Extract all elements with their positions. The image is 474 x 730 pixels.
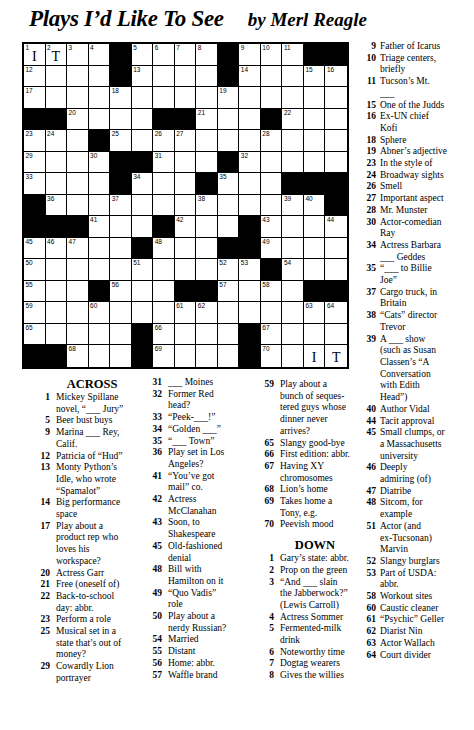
cell-number: 46	[47, 238, 54, 245]
grid-cell[interactable]	[261, 302, 283, 324]
grid-cell[interactable]	[304, 152, 326, 174]
cell-number: 69	[155, 345, 162, 352]
grid-cell[interactable]	[46, 281, 68, 303]
grid-cell[interactable]	[304, 130, 326, 152]
grid-cell[interactable]	[239, 87, 261, 109]
grid-cell[interactable]	[132, 195, 154, 217]
clue: 69Takes home a Tony, e.g.	[248, 496, 356, 519]
grid-cell[interactable]: 10	[261, 44, 283, 66]
grid-cell[interactable]	[261, 173, 283, 195]
grid-cell[interactable]: 2T	[46, 44, 68, 66]
clue-number: 3	[248, 577, 280, 612]
clue: 57Waffle brand	[136, 670, 246, 682]
clue: 56Home: abbr.	[136, 658, 246, 670]
clue-number: 55	[136, 646, 168, 658]
grid-cell[interactable]	[282, 66, 304, 88]
clue-text: Bill with Hamilton on it	[168, 564, 246, 587]
grid-cell[interactable]: 18	[110, 87, 132, 109]
grid-cell[interactable]	[196, 130, 218, 152]
grid-cell[interactable]: 63	[304, 302, 326, 324]
grid-cell[interactable]: 34	[132, 173, 154, 195]
clue-number: 31	[136, 377, 168, 389]
clue-number: 5	[24, 415, 56, 427]
clue-text: Actor-comedian Ray	[380, 217, 472, 240]
grid-cell[interactable]	[196, 345, 218, 367]
grid-cell[interactable]	[282, 345, 304, 367]
black-cell	[110, 173, 132, 195]
grid-cell[interactable]	[175, 324, 197, 346]
grid-cell[interactable]	[67, 324, 89, 346]
clue: 16Ex-UN chief Kofi	[358, 111, 472, 134]
grid-cell[interactable]: 42	[175, 216, 197, 238]
grid-cell[interactable]	[261, 195, 283, 217]
cell-number: 8	[198, 44, 202, 51]
clue-text: “Peek-___!”	[168, 412, 246, 424]
grid-cell[interactable]	[175, 238, 197, 260]
grid-cell[interactable]: 12	[24, 66, 46, 88]
grid-cell[interactable]	[153, 173, 175, 195]
grid-cell[interactable]	[153, 195, 175, 217]
clue: 28Mr. Munster	[358, 205, 472, 217]
grid-cell[interactable]: 46	[46, 238, 68, 260]
grid-cell[interactable]	[67, 173, 89, 195]
grid-cell[interactable]: 65	[24, 324, 46, 346]
clue-text: Play set in Los Angeles?	[168, 447, 246, 470]
clue-text: Big performance space	[56, 497, 134, 520]
grid-cell[interactable]	[218, 109, 240, 131]
clue-number: 48	[136, 564, 168, 587]
grid-cell[interactable]: 52	[218, 259, 240, 281]
clue-text: One of the Judds	[380, 100, 472, 112]
black-cell	[24, 345, 46, 367]
grid-cell[interactable]	[175, 259, 197, 281]
grid-cell[interactable]	[196, 87, 218, 109]
cell-number: 6	[155, 44, 159, 51]
grid-cell[interactable]	[67, 259, 89, 281]
grid-cell[interactable]: 60	[89, 302, 111, 324]
grid-cell[interactable]	[218, 195, 240, 217]
grid-cell[interactable]	[261, 87, 283, 109]
grid-cell[interactable]: 16	[325, 66, 347, 88]
grid-cell[interactable]	[175, 87, 197, 109]
clue: 13Monty Python’s Idle, who wrote “Spamal…	[24, 462, 134, 497]
clue: 61“Psychic” Geller	[358, 614, 472, 626]
cell-number: 17	[26, 87, 33, 94]
clue-text: Peevish mood	[280, 519, 356, 531]
grid-cell[interactable]	[46, 259, 68, 281]
clue-text: Musical set in a state that’s out of mon…	[56, 626, 134, 661]
grid-cell[interactable]: 68	[67, 345, 89, 367]
clue-number: 35	[358, 263, 380, 286]
grid-cell[interactable]	[304, 109, 326, 131]
grid-cell[interactable]: 47	[67, 238, 89, 260]
grid-cell[interactable]	[325, 152, 347, 174]
cell-number: 63	[305, 302, 312, 309]
cell-number: 11	[284, 44, 291, 51]
grid-cell[interactable]: 70	[261, 345, 283, 367]
clue-number: 34	[358, 240, 380, 263]
grid-cell[interactable]: 57	[218, 281, 240, 303]
grid-cell[interactable]	[46, 324, 68, 346]
grid-cell[interactable]	[282, 302, 304, 324]
grid-cell[interactable]	[325, 109, 347, 131]
grid-cell[interactable]: 59	[24, 302, 46, 324]
clue: 63Actor Wallach	[358, 638, 472, 650]
grid-cell[interactable]	[132, 87, 154, 109]
grid-cell[interactable]	[325, 238, 347, 260]
grid-cell[interactable]	[67, 130, 89, 152]
grid-cell[interactable]	[175, 345, 197, 367]
grid-cell[interactable]	[261, 66, 283, 88]
clue: 29Cowardly Lion portrayer	[24, 661, 134, 684]
clue: 44Tacit approval	[358, 416, 472, 428]
grid-cell[interactable]	[282, 238, 304, 260]
grid-cell[interactable]: 22	[282, 109, 304, 131]
grid-cell[interactable]	[239, 302, 261, 324]
grid-cell[interactable]	[196, 66, 218, 88]
grid-cell[interactable]: 66	[153, 324, 175, 346]
cell-number: 23	[26, 130, 33, 137]
grid-cell[interactable]: 20	[67, 109, 89, 131]
clue-text: Actress McClanahan	[168, 494, 246, 517]
grid-cell[interactable]	[153, 281, 175, 303]
grid-cell[interactable]: 3	[67, 44, 89, 66]
grid-cell[interactable]	[239, 109, 261, 131]
grid-cell[interactable]: 4	[89, 44, 111, 66]
grid-cell[interactable]: 35	[218, 173, 240, 195]
grid-cell[interactable]	[239, 281, 261, 303]
clue: 36Play set in Los Angeles?	[136, 447, 246, 470]
grid-cell[interactable]: 49	[261, 238, 283, 260]
grid-cell[interactable]: 15	[304, 66, 326, 88]
clue-text: Home: abbr.	[168, 658, 246, 670]
grid-cell[interactable]	[175, 173, 197, 195]
grid-cell[interactable]: 9	[239, 44, 261, 66]
clue-text: Gary’s state: abbr.	[280, 553, 356, 565]
clue-number: 23	[24, 614, 56, 626]
grid-cell[interactable]: 19	[218, 87, 240, 109]
cell-number: 29	[26, 152, 33, 159]
grid-cell[interactable]	[304, 216, 326, 238]
grid-cell[interactable]	[239, 130, 261, 152]
cell-number: 67	[262, 324, 269, 331]
grid-cell[interactable]: 36	[46, 195, 68, 217]
grid-cell[interactable]: 7	[175, 44, 197, 66]
clue-text: Slangy good-bye	[280, 438, 356, 450]
cell-number: 12	[26, 66, 33, 73]
clue: 27Important aspect	[358, 193, 472, 205]
grid-cell[interactable]	[110, 324, 132, 346]
black-cell	[132, 324, 154, 346]
grid-cell[interactable]	[153, 259, 175, 281]
grid-cell[interactable]	[325, 324, 347, 346]
grid-cell[interactable]	[89, 173, 111, 195]
clue: 60Caustic cleaner	[358, 603, 472, 615]
grid-cell[interactable]: 6	[153, 44, 175, 66]
grid-cell[interactable]: 26	[153, 130, 175, 152]
grid-cell[interactable]	[89, 109, 111, 131]
grid-cell[interactable]	[218, 345, 240, 367]
clue-text: Having XY chromosomes	[280, 461, 356, 484]
clue: 14Big performance space	[24, 497, 134, 520]
grid-cell[interactable]: 64	[325, 302, 347, 324]
grid-cell[interactable]	[304, 324, 326, 346]
clue-text: Fermented-milk drink	[280, 623, 356, 646]
clue-number: 20	[24, 568, 56, 580]
grid-cell[interactable]	[196, 259, 218, 281]
grid-cell[interactable]	[46, 173, 68, 195]
clue-text: Broadway sights	[380, 170, 472, 182]
grid-cell[interactable]	[132, 281, 154, 303]
cell-number: 14	[241, 66, 248, 73]
grid-cell[interactable]: T	[325, 345, 347, 367]
grid-cell[interactable]	[46, 302, 68, 324]
black-cell	[196, 281, 218, 303]
grid-cell[interactable]: 33	[24, 173, 46, 195]
clue: 51Actor (and ex-Tucsonan) Marvin	[358, 521, 472, 556]
clue: 5Fermented-milk drink	[248, 623, 356, 646]
grid-cell[interactable]	[132, 302, 154, 324]
clue-text: Court divider	[380, 650, 472, 662]
grid-cell[interactable]	[89, 324, 111, 346]
clue-text: In the style of	[380, 158, 472, 170]
cell-number: 52	[219, 259, 226, 266]
grid-cell[interactable]	[132, 109, 154, 131]
grid-cell[interactable]: 69	[153, 345, 175, 367]
grid-cell[interactable]	[46, 152, 68, 174]
cell-number: 37	[112, 195, 119, 202]
clue-text: Abner’s adjective	[380, 146, 472, 158]
clue-text: “___ to Billie Joe”	[380, 263, 472, 286]
black-cell	[325, 195, 347, 217]
grid-cell[interactable]	[325, 259, 347, 281]
black-cell	[46, 345, 68, 367]
grid-cell[interactable]: 61	[175, 302, 197, 324]
grid-cell[interactable]: 8	[196, 44, 218, 66]
grid-cell[interactable]	[89, 259, 111, 281]
clue-number: 36	[136, 447, 168, 470]
grid-cell[interactable]	[46, 87, 68, 109]
grid-cell[interactable]: 38	[196, 195, 218, 217]
grid-cell[interactable]: 32	[239, 152, 261, 174]
grid-cell[interactable]: 28	[261, 130, 283, 152]
grid-cell[interactable]	[89, 238, 111, 260]
grid-cell[interactable]	[110, 216, 132, 238]
grid-cell[interactable]: 53	[239, 259, 261, 281]
clue-number: 11	[358, 76, 380, 99]
grid-cell[interactable]	[89, 87, 111, 109]
clue: 5Beer bust buys	[24, 415, 134, 427]
black-cell	[153, 216, 175, 238]
clue-text: Actor Wallach	[380, 638, 472, 650]
grid-cell[interactable]	[153, 87, 175, 109]
grid-cell[interactable]	[304, 87, 326, 109]
grid-cell[interactable]	[196, 216, 218, 238]
cell-number: 41	[90, 216, 97, 223]
grid-cell[interactable]	[196, 324, 218, 346]
grid-cell[interactable]	[282, 130, 304, 152]
grid-cell[interactable]	[304, 238, 326, 260]
clue: 68Lion’s home	[248, 484, 356, 496]
grid-cell[interactable]	[282, 152, 304, 174]
clue-number: 9	[24, 427, 56, 450]
grid-cell[interactable]	[175, 66, 197, 88]
clue: 12Patricia of “Hud”	[24, 451, 134, 463]
clue-number: 26	[358, 181, 380, 193]
grid-cell[interactable]	[110, 238, 132, 260]
grid-cell[interactable]: 48	[153, 238, 175, 260]
grid-cell[interactable]: 51	[132, 259, 154, 281]
grid-cell[interactable]: 50	[24, 259, 46, 281]
grid-cell[interactable]: 67	[261, 324, 283, 346]
grid-cell[interactable]: 43	[261, 216, 283, 238]
grid-cell[interactable]: 5	[132, 44, 154, 66]
clue-number: 12	[24, 451, 56, 463]
clue: 48Sitcom, for example	[358, 497, 472, 520]
grid-cell[interactable]: 58	[261, 281, 283, 303]
grid-cell[interactable]	[67, 87, 89, 109]
cell-number: 13	[133, 66, 140, 73]
grid-cell[interactable]	[132, 130, 154, 152]
clue-text: Patricia of “Hud”	[56, 451, 134, 463]
grid-cell[interactable]: I	[304, 345, 326, 367]
grid-cell[interactable]: 55	[24, 281, 46, 303]
clue: 38“Cats” director Trevor	[358, 310, 472, 333]
grid-cell[interactable]	[239, 195, 261, 217]
black-cell	[110, 66, 132, 88]
grid-cell[interactable]: 44	[325, 216, 347, 238]
clue-text: Beer bust buys	[56, 415, 134, 427]
black-cell	[46, 216, 68, 238]
puzzle-byline: by Merl Reagle	[248, 7, 367, 33]
grid-cell[interactable]: 14	[239, 66, 261, 88]
grid-cell[interactable]	[153, 302, 175, 324]
grid-cell[interactable]: 27	[175, 130, 197, 152]
grid-cell[interactable]	[282, 216, 304, 238]
grid-cell[interactable]: 62	[196, 302, 218, 324]
grid-cell[interactable]	[218, 324, 240, 346]
clue: 65Slangy good-bye	[248, 438, 356, 450]
clue-text: “Cats” director Trevor	[380, 310, 472, 333]
grid-cell[interactable]: 54	[282, 259, 304, 281]
clue-text: Workout sites	[380, 591, 472, 603]
clue-number: 24	[358, 170, 380, 182]
grid-cell[interactable]	[325, 130, 347, 152]
clue-number: 1	[24, 392, 56, 415]
grid-cell[interactable]: 31	[153, 152, 175, 174]
grid-cell[interactable]	[67, 281, 89, 303]
grid-cell[interactable]	[282, 87, 304, 109]
grid-cell[interactable]: 29	[24, 152, 46, 174]
grid-cell[interactable]: 11	[282, 44, 304, 66]
grid-cell[interactable]: 41	[89, 216, 111, 238]
clue: 32Former Red head?	[136, 389, 246, 412]
grid-cell[interactable]: 56	[110, 281, 132, 303]
grid-cell[interactable]	[282, 281, 304, 303]
grid-cell[interactable]	[110, 302, 132, 324]
grid-cell[interactable]	[153, 66, 175, 88]
clue: 30Actor-comedian Ray	[358, 217, 472, 240]
grid-cell[interactable]: 25	[110, 130, 132, 152]
grid-cell[interactable]: 17	[24, 87, 46, 109]
clue-number: 51	[358, 521, 380, 556]
grid-cell[interactable]	[325, 87, 347, 109]
grid-cell[interactable]: 39	[282, 195, 304, 217]
grid-cell[interactable]: 30	[89, 152, 111, 174]
clue-number: 70	[248, 519, 280, 531]
grid-cell[interactable]	[261, 152, 283, 174]
clue: 35“___ Town”	[136, 436, 246, 448]
black-cell	[89, 281, 111, 303]
grid-cell[interactable]: 21	[196, 109, 218, 131]
cell-number: 38	[198, 195, 205, 202]
clue: 41“You’ve got mail” co.	[136, 471, 246, 494]
grid-cell[interactable]	[175, 195, 197, 217]
grid-cell[interactable]	[218, 302, 240, 324]
clue: 66First edition: abbr.	[248, 449, 356, 461]
grid-cell[interactable]	[304, 259, 326, 281]
grid-cell[interactable]	[46, 66, 68, 88]
grid-cell[interactable]	[89, 345, 111, 367]
prefilled-letter: I	[24, 49, 45, 64]
grid-cell[interactable]	[89, 195, 111, 217]
clue-number: 2	[248, 565, 280, 577]
clue-text: Distant	[168, 646, 246, 658]
grid-cell[interactable]	[67, 66, 89, 88]
grid-cell[interactable]: 1I	[24, 44, 46, 66]
clue-number: 17	[24, 521, 56, 568]
grid-cell[interactable]	[218, 216, 240, 238]
clue-number: 66	[248, 449, 280, 461]
clue-number: 7	[248, 658, 280, 670]
grid-cell[interactable]	[239, 173, 261, 195]
grid-cell[interactable]: 45	[24, 238, 46, 260]
grid-cell[interactable]	[67, 195, 89, 217]
grid-cell[interactable]	[282, 324, 304, 346]
clue: 23In the style of	[358, 158, 472, 170]
grid-cell[interactable]	[175, 152, 197, 174]
clue-text: Slangy burglars	[380, 556, 472, 568]
grid-cell[interactable]: 37	[110, 195, 132, 217]
grid-cell[interactable]: 40	[304, 195, 326, 217]
black-cell	[304, 173, 326, 195]
clue-number: 42	[136, 494, 168, 517]
clue: 48Bill with Hamilton on it	[136, 564, 246, 587]
clue-number: 61	[358, 614, 380, 626]
grid-cell[interactable]	[196, 238, 218, 260]
grid-cell[interactable]	[67, 152, 89, 174]
clue-number: 14	[24, 497, 56, 520]
grid-cell[interactable]	[89, 66, 111, 88]
grid-cell[interactable]	[218, 130, 240, 152]
cell-number: 24	[47, 130, 54, 137]
clue-text: Sitcom, for example	[380, 497, 472, 520]
grid-cell[interactable]: 23	[24, 130, 46, 152]
clue: 67Having XY chromosomes	[248, 461, 356, 484]
grid-cell[interactable]	[132, 216, 154, 238]
grid-cell[interactable]	[67, 302, 89, 324]
across-clues-column-1: ACROSS 1Mickey Spillane novel, “___ Jury…	[24, 377, 134, 685]
grid-cell[interactable]: 13	[132, 66, 154, 88]
clue-number: 13	[24, 462, 56, 497]
clue-number: 16	[358, 111, 380, 134]
prefilled-letter: I	[304, 350, 325, 365]
grid-cell[interactable]: 24	[46, 130, 68, 152]
grid-cell[interactable]	[110, 109, 132, 131]
grid-cell[interactable]	[110, 345, 132, 367]
grid-cell[interactable]	[196, 152, 218, 174]
grid-cell[interactable]	[110, 259, 132, 281]
